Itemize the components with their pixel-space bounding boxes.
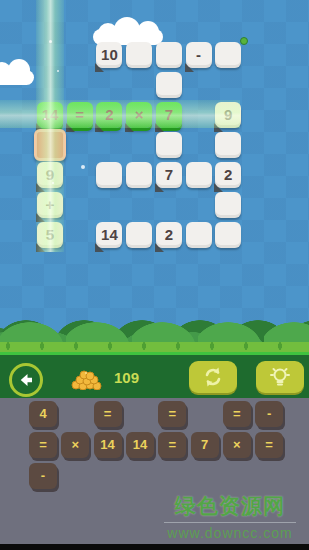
- cloud: [0, 60, 34, 85]
- tray-tile-r1c5[interactable]: 7: [191, 432, 219, 458]
- fold-corner-icon: [66, 123, 75, 132]
- board-cell-r0c2[interactable]: 10: [96, 42, 122, 68]
- board-cell-r4c2[interactable]: [96, 162, 122, 188]
- tray-tile-value: 7: [191, 432, 219, 458]
- board-cell-r0c5[interactable]: -: [186, 42, 212, 68]
- watermark-divider: [164, 522, 296, 523]
- tray-tile-value: =: [158, 432, 186, 458]
- board-cell-r0c3[interactable]: [126, 42, 152, 68]
- tray-tile-value: =: [29, 432, 57, 458]
- board-cell-r2c1[interactable]: =: [67, 102, 93, 128]
- board-cell-r2c2[interactable]: 2: [96, 102, 122, 128]
- tray-tile-r1c1[interactable]: ×: [61, 432, 89, 458]
- board-cell-r6c0[interactable]: 5: [37, 222, 63, 248]
- back-arrow-icon: [17, 371, 35, 389]
- board-cell-r4c5[interactable]: [186, 162, 212, 188]
- tray-tile-value: ×: [223, 432, 251, 458]
- hint-button[interactable]: [256, 361, 304, 393]
- board-cell-r6c2[interactable]: 14: [96, 222, 122, 248]
- refresh-button[interactable]: [189, 361, 237, 393]
- board-cell-r0c6[interactable]: [215, 42, 241, 68]
- fold-corner-icon: [155, 183, 164, 192]
- tray-tile-value: -: [255, 401, 283, 427]
- tray-tile-value: 4: [29, 401, 57, 427]
- watermark: 绿色资源网 www.downcc.com: [160, 492, 300, 541]
- tray-tile-r1c0[interactable]: =: [29, 432, 57, 458]
- coin-count: 109: [114, 369, 139, 386]
- fold-corner-icon: [95, 63, 104, 72]
- tray-tile-value: =: [223, 401, 251, 427]
- fold-corner-icon: [214, 183, 223, 192]
- tray-tile-r1c3[interactable]: 14: [126, 432, 154, 458]
- fold-corner-icon: [185, 63, 194, 72]
- board-cell-r5c6[interactable]: [215, 192, 241, 218]
- fold-corner-icon: [155, 243, 164, 252]
- back-button[interactable]: [9, 363, 43, 397]
- board-cell-r0c4[interactable]: [156, 42, 182, 68]
- board-cell-r6c6[interactable]: [215, 222, 241, 248]
- tray-tile-r1c4[interactable]: =: [158, 432, 186, 458]
- board-cell-r4c6[interactable]: 2: [215, 162, 241, 188]
- lightbulb-icon: [268, 365, 292, 389]
- fold-corner-icon: [36, 213, 45, 222]
- fold-corner-icon: [155, 123, 164, 132]
- board-cell-r3c6[interactable]: [215, 132, 241, 158]
- tray-tile-value: 14: [126, 432, 154, 458]
- board-cell-r2c3[interactable]: ×: [126, 102, 152, 128]
- fold-corner-icon: [95, 243, 104, 252]
- tray-tile-r0c0[interactable]: 4: [29, 401, 57, 427]
- puzzle-board: 10-14=2×79972+5142: [37, 42, 247, 254]
- board-cell-r2c0[interactable]: 14: [37, 102, 63, 128]
- tray-tile-r2c0[interactable]: -: [29, 463, 57, 489]
- fold-corner-icon: [95, 123, 104, 132]
- tray-tile-value: ×: [61, 432, 89, 458]
- refresh-icon: [202, 366, 224, 388]
- tray-tile-r0c4[interactable]: =: [158, 401, 186, 427]
- fold-corner-icon: [125, 123, 134, 132]
- board-cell-r6c3[interactable]: [126, 222, 152, 248]
- board-cell-r2c4[interactable]: 7: [156, 102, 182, 128]
- tray-tile-r1c7[interactable]: =: [255, 432, 283, 458]
- tray-tile-r0c6[interactable]: =: [223, 401, 251, 427]
- board-cell-r4c4[interactable]: 7: [156, 162, 182, 188]
- game-screen: 10-14=2×79972+5142 109: [0, 0, 309, 550]
- board-cell-r1c4[interactable]: [156, 72, 182, 98]
- small-green-dot: [240, 37, 248, 45]
- tray-tile-value: -: [29, 463, 57, 489]
- cloud: [93, 18, 163, 45]
- tray-tile-value: 14: [94, 432, 122, 458]
- fold-corner-icon: [214, 123, 223, 132]
- board-cell-r6c5[interactable]: [186, 222, 212, 248]
- cloud-puff: [137, 21, 159, 43]
- bottom-black-bar: [0, 544, 309, 550]
- tray-tile-r0c2[interactable]: =: [94, 401, 122, 427]
- tray-tile-value: =: [255, 432, 283, 458]
- cloud-puff: [8, 59, 30, 81]
- fold-corner-icon: [36, 243, 45, 252]
- tray-tile-value: =: [158, 401, 186, 427]
- board-cell-r4c0[interactable]: 9: [37, 162, 63, 188]
- board-cell-r3c0[interactable]: [34, 129, 66, 161]
- board-cell-r5c0[interactable]: +: [37, 192, 63, 218]
- board-cell-r6c4[interactable]: 2: [156, 222, 182, 248]
- tray-tile-r0c7[interactable]: -: [255, 401, 283, 427]
- tray-tile-r1c6[interactable]: ×: [223, 432, 251, 458]
- fold-corner-icon: [36, 183, 45, 192]
- bottom-toolbar: 109: [0, 352, 309, 398]
- board-cell-r4c3[interactable]: [126, 162, 152, 188]
- watermark-title: 绿色资源网: [160, 492, 300, 520]
- board-cell-r3c4[interactable]: [156, 132, 182, 158]
- board-cell-r2c6[interactable]: 9: [215, 102, 241, 128]
- coins-icon: [70, 368, 104, 390]
- tray-tile-r1c2[interactable]: 14: [94, 432, 122, 458]
- watermark-url: www.downcc.com: [160, 525, 300, 541]
- tray-tile-value: =: [94, 401, 122, 427]
